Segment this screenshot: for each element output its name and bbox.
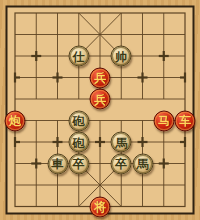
piece-advisor-wood[interactable]: 仕 xyxy=(68,46,89,67)
piece-horse-wood[interactable]: 馬 xyxy=(132,153,153,174)
piece-general-wood[interactable]: 帅 xyxy=(111,46,132,67)
xiangqi-board[interactable]: 仕帅砲砲馬車卒卒馬兵兵炮马车将 xyxy=(0,0,200,220)
piece-general-red[interactable]: 将 xyxy=(90,196,111,217)
piece-cannon-wood[interactable]: 砲 xyxy=(68,132,89,153)
piece-chariot-wood[interactable]: 車 xyxy=(47,153,68,174)
piece-soldier-wood[interactable]: 卒 xyxy=(111,153,132,174)
pieces-layer: 仕帅砲砲馬車卒卒馬兵兵炮马车将 xyxy=(0,0,200,220)
piece-soldier-red[interactable]: 兵 xyxy=(90,67,111,88)
piece-horse-wood[interactable]: 馬 xyxy=(111,132,132,153)
piece-chariot-red[interactable]: 车 xyxy=(175,110,196,131)
piece-soldier-red[interactable]: 兵 xyxy=(90,89,111,110)
piece-cannon-red[interactable]: 炮 xyxy=(5,110,26,131)
piece-horse-red[interactable]: 马 xyxy=(153,110,174,131)
piece-soldier-wood[interactable]: 卒 xyxy=(68,153,89,174)
piece-cannon-wood[interactable]: 砲 xyxy=(68,110,89,131)
